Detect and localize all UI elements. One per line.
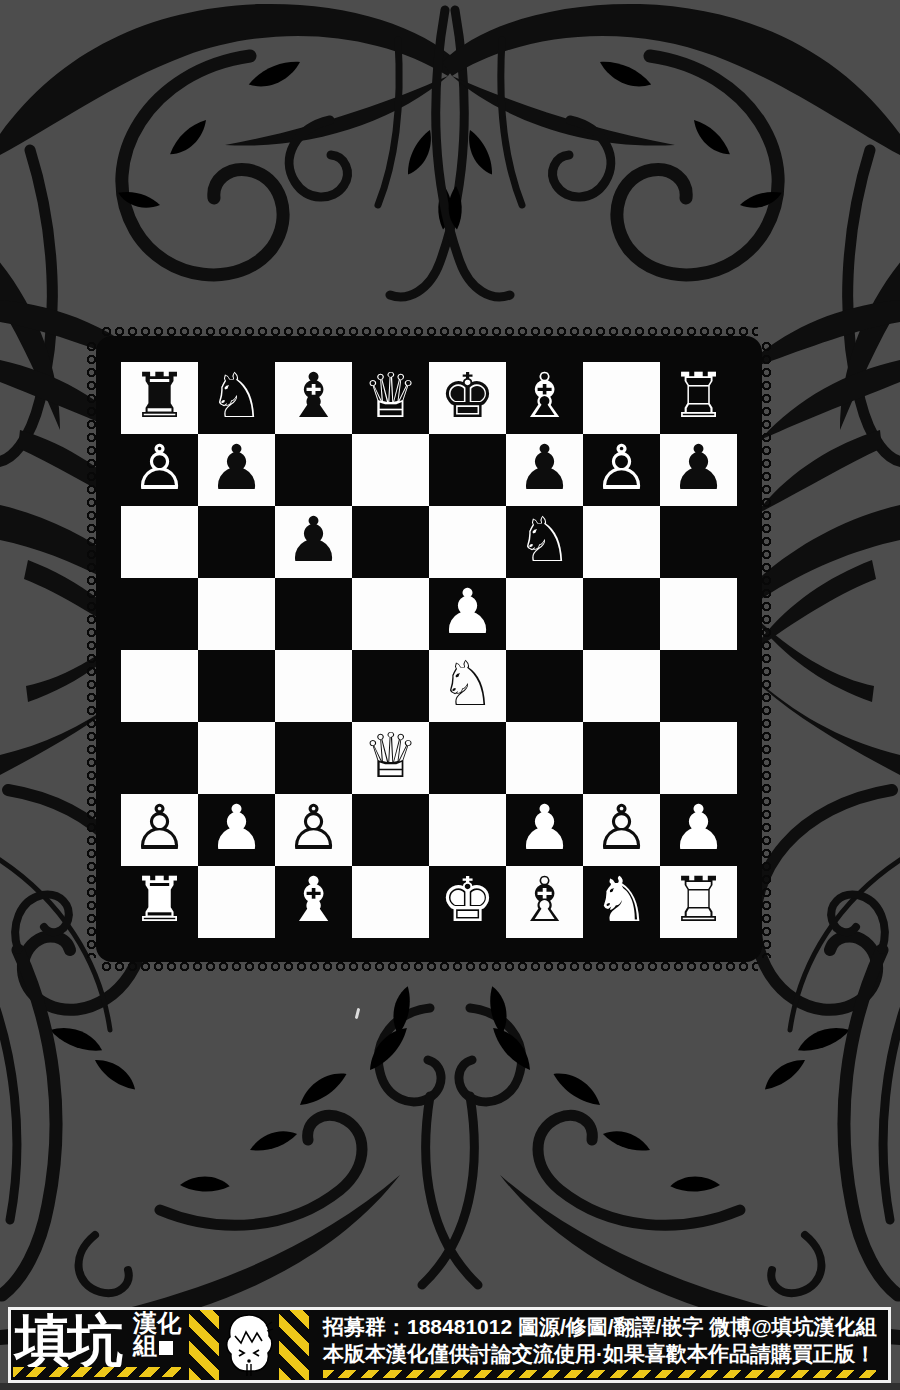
square-d7 [352, 434, 429, 506]
square-g7: ♙ [583, 434, 660, 506]
square-g5 [583, 578, 660, 650]
black-bishop: ♝ [286, 361, 342, 431]
square-b5 [198, 578, 275, 650]
group-logo-sub-text: 漢化 組 [133, 1311, 181, 1357]
text-hazard-strip [323, 1370, 876, 1378]
group-logo-sub-bottom: 組 [133, 1334, 157, 1357]
black-rook: ♜ [132, 361, 188, 431]
logo-square-mark [159, 1341, 173, 1355]
square-c7 [275, 434, 352, 506]
black-bishop: ♗ [517, 361, 573, 431]
square-a4 [121, 650, 198, 722]
square-e5: ♟ [429, 578, 506, 650]
square-b6 [198, 506, 275, 578]
square-b8: ♘ [198, 362, 275, 434]
square-h3 [660, 722, 737, 794]
square-c2: ♙ [275, 794, 352, 866]
square-c4 [275, 650, 352, 722]
square-h5 [660, 578, 737, 650]
square-f1: ♗ [506, 866, 583, 938]
square-f4 [506, 650, 583, 722]
black-pawn: ♟ [517, 433, 573, 503]
black-pawn: ♙ [594, 433, 650, 503]
square-h1: ♖ [660, 866, 737, 938]
black-pawn: ♙ [132, 433, 188, 503]
square-d1 [352, 866, 429, 938]
black-rook: ♖ [671, 361, 727, 431]
white-king: ♚ [440, 865, 496, 935]
square-e2 [429, 794, 506, 866]
square-e8: ♚ [429, 362, 506, 434]
square-d6 [352, 506, 429, 578]
white-bishop: ♝ [286, 865, 342, 935]
square-h2: ♟ [660, 794, 737, 866]
credit-line-disclaimer: 本版本漢化僅供討論交流使用·如果喜歡本作品請購買正版！ [323, 1340, 882, 1367]
square-b7: ♟ [198, 434, 275, 506]
square-d8: ♕ [352, 362, 429, 434]
square-c6: ♟ [275, 506, 352, 578]
square-g8 [583, 362, 660, 434]
scanlation-credit-bar: 填坑 漢化 組 招募群：188481012 圖源/修圖 [8, 1307, 891, 1383]
square-g1: ♞ [583, 866, 660, 938]
square-c5 [275, 578, 352, 650]
square-a5 [121, 578, 198, 650]
lace-border-left [85, 340, 98, 958]
black-knight: ♘ [517, 505, 573, 575]
square-g6 [583, 506, 660, 578]
lace-border-right [760, 340, 773, 958]
white-pawn: ♙ [594, 793, 650, 863]
square-e3 [429, 722, 506, 794]
black-king: ♚ [440, 361, 496, 431]
square-a8: ♜ [121, 362, 198, 434]
square-h7: ♟ [660, 434, 737, 506]
manga-page: ♜♘♝♕♚♗♖♙♟♟♙♟♟♘♟♘♕♙♟♙♟♙♟♜♝♚♗♞♖ 填坑 漢化 組 [0, 0, 900, 1390]
white-pawn: ♟ [440, 577, 496, 647]
square-a2: ♙ [121, 794, 198, 866]
square-b1 [198, 866, 275, 938]
square-e7 [429, 434, 506, 506]
square-f6: ♘ [506, 506, 583, 578]
white-pawn: ♙ [132, 793, 188, 863]
white-pawn: ♟ [209, 793, 265, 863]
white-bishop: ♗ [517, 865, 573, 935]
white-queen: ♕ [363, 721, 419, 791]
chess-board: ♜♘♝♕♚♗♖♙♟♟♙♟♟♘♟♘♕♙♟♙♟♙♟♜♝♚♗♞♖ [121, 362, 737, 938]
square-f8: ♗ [506, 362, 583, 434]
stray-ink-mark [355, 1008, 361, 1019]
square-e6 [429, 506, 506, 578]
logo-hazard-strip [13, 1367, 181, 1377]
square-c8: ♝ [275, 362, 352, 434]
square-c3 [275, 722, 352, 794]
credit-line-recruit: 招募群：188481012 圖源/修圖/翻譯/嵌字 微博@填坑漢化組 [323, 1313, 882, 1340]
square-c1: ♝ [275, 866, 352, 938]
square-b4 [198, 650, 275, 722]
group-logo: 填坑 漢化 組 [11, 1310, 187, 1380]
square-h6 [660, 506, 737, 578]
white-pawn: ♟ [517, 793, 573, 863]
below-bar-strip [0, 1383, 900, 1390]
chess-board-panel: ♜♘♝♕♚♗♖♙♟♟♙♟♟♘♟♘♕♙♟♙♟♙♟♜♝♚♗♞♖ [96, 336, 762, 962]
white-rook: ♜ [132, 865, 188, 935]
chibi-mascot [221, 1310, 277, 1380]
square-f7: ♟ [506, 434, 583, 506]
square-g2: ♙ [583, 794, 660, 866]
square-b3 [198, 722, 275, 794]
white-pawn: ♙ [286, 793, 342, 863]
white-knight: ♞ [594, 865, 650, 935]
square-e1: ♚ [429, 866, 506, 938]
black-pawn: ♟ [209, 433, 265, 503]
white-rook: ♖ [671, 865, 727, 935]
square-h8: ♖ [660, 362, 737, 434]
hazard-stripe-band-left [189, 1310, 219, 1380]
square-h4 [660, 650, 737, 722]
black-pawn: ♟ [671, 433, 727, 503]
square-f3 [506, 722, 583, 794]
black-knight: ♘ [209, 361, 265, 431]
square-a1: ♜ [121, 866, 198, 938]
credit-text-block: 招募群：188481012 圖源/修圖/翻譯/嵌字 微博@填坑漢化組 本版本漢化… [311, 1310, 888, 1380]
square-a3 [121, 722, 198, 794]
square-g3 [583, 722, 660, 794]
lace-border-bottom [100, 960, 758, 973]
square-d2 [352, 794, 429, 866]
hazard-stripe-band-right [279, 1310, 309, 1380]
square-f5 [506, 578, 583, 650]
black-queen: ♕ [363, 361, 419, 431]
square-b2: ♟ [198, 794, 275, 866]
square-g4 [583, 650, 660, 722]
square-d5 [352, 578, 429, 650]
square-e4: ♘ [429, 650, 506, 722]
chibi-girl-drawing [222, 1312, 276, 1378]
lace-border-top [100, 325, 758, 338]
black-pawn: ♟ [286, 505, 342, 575]
square-a7: ♙ [121, 434, 198, 506]
square-d3: ♕ [352, 722, 429, 794]
square-f2: ♟ [506, 794, 583, 866]
square-a6 [121, 506, 198, 578]
white-pawn: ♟ [671, 793, 727, 863]
white-knight: ♘ [440, 649, 496, 719]
square-d4 [352, 650, 429, 722]
